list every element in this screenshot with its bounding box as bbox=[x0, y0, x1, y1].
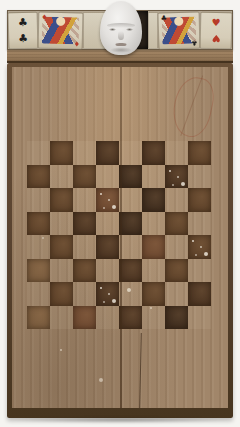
doll-nose bbox=[118, 31, 124, 40]
dark-square bbox=[96, 282, 119, 306]
light-square bbox=[50, 212, 73, 236]
checkerboard bbox=[27, 141, 211, 329]
light-square bbox=[50, 306, 73, 330]
light-square bbox=[165, 141, 188, 165]
dark-square bbox=[165, 259, 188, 283]
dark-square bbox=[50, 141, 73, 165]
dark-square bbox=[188, 282, 211, 306]
light-square bbox=[188, 259, 211, 283]
light-square bbox=[119, 282, 142, 306]
light-square bbox=[73, 188, 96, 212]
dark-square bbox=[96, 235, 119, 259]
light-square bbox=[188, 165, 211, 189]
dark-square bbox=[73, 306, 96, 330]
photo-background: ♣ ♣ ♦ ♦ ♣ ♣ ♥ ♥ bbox=[0, 0, 240, 427]
light-square bbox=[188, 306, 211, 330]
light-square bbox=[27, 282, 50, 306]
card-court-diamonds: ♦ ♦ bbox=[38, 11, 84, 49]
dark-square bbox=[50, 282, 73, 306]
light-square bbox=[50, 259, 73, 283]
light-square bbox=[96, 165, 119, 189]
diamond-pip-icon: ♦ bbox=[41, 14, 47, 21]
board-face bbox=[12, 67, 228, 408]
doll-left-eye bbox=[109, 28, 116, 31]
light-square bbox=[142, 165, 165, 189]
dark-square bbox=[142, 188, 165, 212]
dark-square bbox=[188, 141, 211, 165]
drop-shadow bbox=[12, 417, 230, 423]
blank-card bbox=[148, 12, 158, 49]
light-square bbox=[142, 259, 165, 283]
dark-square bbox=[119, 165, 142, 189]
dark-square bbox=[165, 212, 188, 236]
light-square bbox=[142, 212, 165, 236]
light-square bbox=[27, 141, 50, 165]
dark-square bbox=[27, 259, 50, 283]
dark-square bbox=[119, 212, 142, 236]
dark-square bbox=[188, 235, 211, 259]
light-square bbox=[50, 165, 73, 189]
paint-specks bbox=[12, 67, 14, 69]
light-square bbox=[165, 235, 188, 259]
light-square bbox=[119, 141, 142, 165]
club-pip-icon: ♣ bbox=[18, 32, 28, 43]
doll-chin-shadow bbox=[110, 47, 132, 53]
dark-square bbox=[188, 188, 211, 212]
wood-crack bbox=[139, 333, 142, 408]
dark-square bbox=[119, 259, 142, 283]
porcelain-doll-head bbox=[100, 1, 142, 55]
light-square bbox=[96, 212, 119, 236]
dark-square bbox=[96, 141, 119, 165]
light-square bbox=[96, 306, 119, 330]
pencil-scribble-mark bbox=[168, 74, 218, 141]
heart-pip-icon: ♥ bbox=[212, 17, 221, 27]
club-pip-icon: ♣ bbox=[18, 17, 28, 28]
dark-square bbox=[142, 235, 165, 259]
light-square bbox=[73, 141, 96, 165]
card-two-of-clubs: ♣ ♣ bbox=[8, 11, 39, 49]
light-square bbox=[73, 282, 96, 306]
light-square bbox=[96, 259, 119, 283]
heart-pip-icon: ♥ bbox=[211, 33, 220, 43]
light-square bbox=[188, 212, 211, 236]
dark-square bbox=[73, 259, 96, 283]
doll-mouth bbox=[116, 43, 127, 46]
club-pip-icon: ♣ bbox=[161, 15, 167, 22]
light-square bbox=[27, 235, 50, 259]
light-square bbox=[165, 188, 188, 212]
dark-square bbox=[27, 165, 50, 189]
dark-square bbox=[27, 212, 50, 236]
light-square bbox=[165, 282, 188, 306]
light-square bbox=[73, 235, 96, 259]
club-pip-icon: ♣ bbox=[191, 38, 197, 45]
dark-square bbox=[73, 212, 96, 236]
center-plank-seam bbox=[120, 67, 122, 408]
dark-square bbox=[50, 235, 73, 259]
dark-square bbox=[142, 282, 165, 306]
card-court-clubs: ♣ ♣ bbox=[158, 11, 201, 49]
light-square bbox=[142, 306, 165, 330]
dark-square bbox=[165, 165, 188, 189]
heart-pips: ♥ ♥ bbox=[203, 14, 230, 46]
dark-square bbox=[119, 306, 142, 330]
diamond-pip-icon: ♦ bbox=[73, 39, 79, 46]
light-square bbox=[27, 188, 50, 212]
dark-square bbox=[27, 306, 50, 330]
light-square bbox=[119, 235, 142, 259]
dark-square bbox=[165, 306, 188, 330]
doll-right-eye bbox=[126, 28, 133, 31]
dark-square bbox=[50, 188, 73, 212]
light-square bbox=[119, 188, 142, 212]
wooden-game-board bbox=[7, 63, 233, 418]
dark-square bbox=[142, 141, 165, 165]
club-pips: ♣ ♣ bbox=[11, 14, 36, 46]
dark-square bbox=[73, 165, 96, 189]
card-two-of-hearts: ♥ ♥ bbox=[200, 11, 233, 49]
dark-square bbox=[96, 188, 119, 212]
